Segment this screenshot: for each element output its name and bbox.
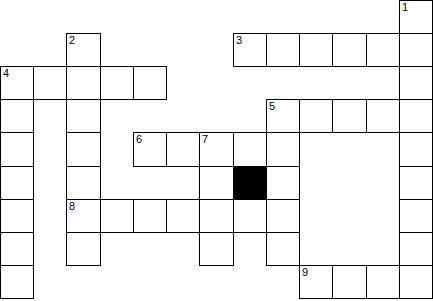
cell-r7c8[interactable] (266, 232, 300, 266)
cell-r8c9[interactable]: 9 (299, 265, 333, 299)
cell-r5c2[interactable] (66, 166, 101, 200)
cell-r4c2[interactable] (66, 132, 101, 167)
cell-r4c4[interactable]: 6 (133, 132, 167, 167)
cell-r2c1[interactable] (33, 66, 67, 100)
cell-r7c12[interactable] (399, 232, 433, 266)
clue-number-2: 2 (69, 35, 75, 46)
cell-r4c0[interactable] (0, 132, 34, 167)
crossword-board: 123456789 (0, 0, 433, 301)
clue-number-9: 9 (302, 267, 308, 278)
cell-r6c6[interactable] (199, 199, 234, 233)
cell-r5c8[interactable] (266, 166, 300, 200)
cell-r7c0[interactable] (0, 232, 34, 266)
cell-r4c6[interactable]: 7 (199, 132, 234, 167)
cell-r1c10[interactable] (332, 33, 367, 67)
clue-number-5: 5 (269, 101, 275, 112)
cell-r1c7[interactable]: 3 (233, 33, 267, 67)
cell-r3c9[interactable] (299, 99, 333, 133)
cell-r5c6[interactable] (199, 166, 234, 200)
cell-r7c2[interactable] (66, 232, 101, 266)
cell-r7c6[interactable] (199, 232, 234, 266)
cell-r6c12[interactable] (399, 199, 433, 233)
cell-r5c0[interactable] (0, 166, 34, 200)
cell-r4c8[interactable] (266, 132, 300, 167)
cell-r1c8[interactable] (266, 33, 300, 67)
clue-number-7: 7 (202, 134, 208, 145)
cell-r1c9[interactable] (299, 33, 333, 67)
cell-r4c12[interactable] (399, 132, 433, 167)
cell-r8c10[interactable] (332, 265, 367, 299)
cell-r5c12[interactable] (399, 166, 433, 200)
cell-r8c12[interactable] (399, 265, 433, 299)
cell-r3c8[interactable]: 5 (266, 99, 300, 133)
cell-r3c11[interactable] (366, 99, 400, 133)
cell-r2c2[interactable] (66, 66, 101, 100)
clue-number-4: 4 (3, 68, 9, 79)
clue-number-1: 1 (402, 2, 408, 13)
cell-r6c5[interactable] (166, 199, 200, 233)
clue-number-6: 6 (136, 134, 142, 145)
cell-r6c3[interactable] (100, 199, 134, 233)
cell-r6c4[interactable] (133, 199, 167, 233)
cell-r2c3[interactable] (100, 66, 134, 100)
cell-r3c12[interactable] (399, 99, 433, 133)
black-cell-r5c7 (233, 166, 267, 200)
cell-r1c11[interactable] (366, 33, 400, 67)
cell-r3c0[interactable] (0, 99, 34, 133)
cell-r3c10[interactable] (332, 99, 367, 133)
clue-number-8: 8 (69, 201, 75, 212)
cell-r2c12[interactable] (399, 66, 433, 100)
cell-r4c5[interactable] (166, 132, 200, 167)
cell-r6c0[interactable] (0, 199, 34, 233)
cell-r8c0[interactable] (0, 265, 34, 299)
cell-r6c8[interactable] (266, 199, 300, 233)
cell-r6c7[interactable] (233, 199, 267, 233)
cell-r6c2[interactable]: 8 (66, 199, 101, 233)
cell-r0c12[interactable]: 1 (399, 0, 433, 34)
cell-r4c7[interactable] (233, 132, 267, 167)
cell-r2c4[interactable] (133, 66, 167, 100)
clue-number-3: 3 (236, 35, 242, 46)
cell-r1c12[interactable] (399, 33, 433, 67)
cell-r8c11[interactable] (366, 265, 400, 299)
cell-r1c2[interactable]: 2 (66, 33, 101, 67)
cell-r3c2[interactable] (66, 99, 101, 133)
cell-r2c0[interactable]: 4 (0, 66, 34, 100)
